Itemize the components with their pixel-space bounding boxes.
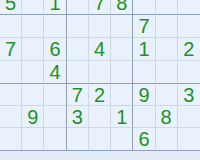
cell-r3c7[interactable] bbox=[133, 0, 155, 15]
cell-r6c5[interactable] bbox=[89, 61, 111, 84]
cell-r3c4[interactable] bbox=[67, 0, 89, 15]
cell-r4c5[interactable] bbox=[89, 15, 111, 38]
cell-r8c6[interactable]: 1 bbox=[111, 106, 133, 128]
cell-r7c7[interactable]: 9 bbox=[133, 84, 155, 106]
cell-r9c9[interactable] bbox=[178, 128, 200, 150]
cell-r8c7[interactable] bbox=[133, 106, 155, 128]
cell-r6c3[interactable]: 4 bbox=[44, 61, 66, 84]
cell-r8c9[interactable] bbox=[178, 106, 200, 128]
cell-r6c9[interactable] bbox=[178, 61, 200, 84]
cell-r3c9[interactable] bbox=[178, 0, 200, 15]
cell-r5c3[interactable]: 6 bbox=[44, 38, 66, 61]
cell-r8c1[interactable] bbox=[0, 106, 22, 128]
cell-r5c9[interactable]: 2 bbox=[178, 38, 200, 61]
cell-r6c8[interactable] bbox=[156, 61, 178, 84]
cell-r7c1[interactable] bbox=[0, 84, 22, 106]
cell-r9c5[interactable] bbox=[89, 128, 111, 150]
cell-r7c4[interactable]: 7 bbox=[67, 84, 89, 106]
cell-r7c6[interactable] bbox=[111, 84, 133, 106]
sudoku-app-screen: 51787764124729393186 bbox=[0, 0, 200, 160]
cell-r5c7[interactable]: 1 bbox=[133, 38, 155, 61]
cell-r3c8[interactable] bbox=[156, 0, 178, 15]
cell-r8c4[interactable]: 3 bbox=[67, 106, 89, 128]
cell-r3c1[interactable]: 5 bbox=[0, 0, 22, 15]
cell-r8c3[interactable] bbox=[44, 106, 66, 128]
cell-r7c9[interactable]: 3 bbox=[178, 84, 200, 106]
cell-r8c5[interactable] bbox=[89, 106, 111, 128]
cell-r6c7[interactable] bbox=[133, 61, 155, 84]
cell-r4c7[interactable]: 7 bbox=[133, 15, 155, 38]
cell-r5c2[interactable] bbox=[22, 38, 44, 61]
cell-r5c5[interactable]: 4 bbox=[89, 38, 111, 61]
cell-r7c5[interactable]: 2 bbox=[89, 84, 111, 106]
cell-r9c8[interactable] bbox=[156, 128, 178, 150]
cell-r4c4[interactable] bbox=[67, 15, 89, 38]
cell-r9c7[interactable]: 6 bbox=[133, 128, 155, 150]
cell-r5c8[interactable] bbox=[156, 38, 178, 61]
cell-r9c2[interactable] bbox=[22, 128, 44, 150]
cell-r5c1[interactable]: 7 bbox=[0, 38, 22, 61]
cell-r4c9[interactable] bbox=[178, 15, 200, 38]
cell-r3c6[interactable]: 8 bbox=[111, 0, 133, 15]
cell-r7c2[interactable] bbox=[22, 84, 44, 106]
cell-r9c3[interactable] bbox=[44, 128, 66, 150]
sudoku-board: 51787764124729393186 bbox=[0, 0, 200, 151]
cell-r5c4[interactable] bbox=[67, 38, 89, 61]
cell-r3c2[interactable] bbox=[22, 0, 44, 15]
cell-r8c8[interactable]: 8 bbox=[156, 106, 178, 128]
cell-r4c3[interactable] bbox=[44, 15, 66, 38]
cell-r9c1[interactable] bbox=[0, 128, 22, 150]
cell-r3c5[interactable]: 7 bbox=[89, 0, 111, 15]
cell-r7c8[interactable] bbox=[156, 84, 178, 106]
cell-r9c6[interactable] bbox=[111, 128, 133, 150]
cell-r5c6[interactable] bbox=[111, 38, 133, 61]
cell-r4c6[interactable] bbox=[111, 15, 133, 38]
cell-r6c6[interactable] bbox=[111, 61, 133, 84]
cell-r4c2[interactable] bbox=[22, 15, 44, 38]
cell-r6c1[interactable] bbox=[0, 61, 22, 84]
cell-r4c8[interactable] bbox=[156, 15, 178, 38]
cell-r7c3[interactable] bbox=[44, 84, 66, 106]
cell-r6c4[interactable] bbox=[67, 61, 89, 84]
cell-r4c1[interactable] bbox=[0, 15, 22, 38]
cell-r3c3[interactable]: 1 bbox=[44, 0, 66, 15]
cell-r9c4[interactable] bbox=[67, 128, 89, 150]
cell-r6c2[interactable] bbox=[22, 61, 44, 84]
cell-r8c2[interactable]: 9 bbox=[22, 106, 44, 128]
